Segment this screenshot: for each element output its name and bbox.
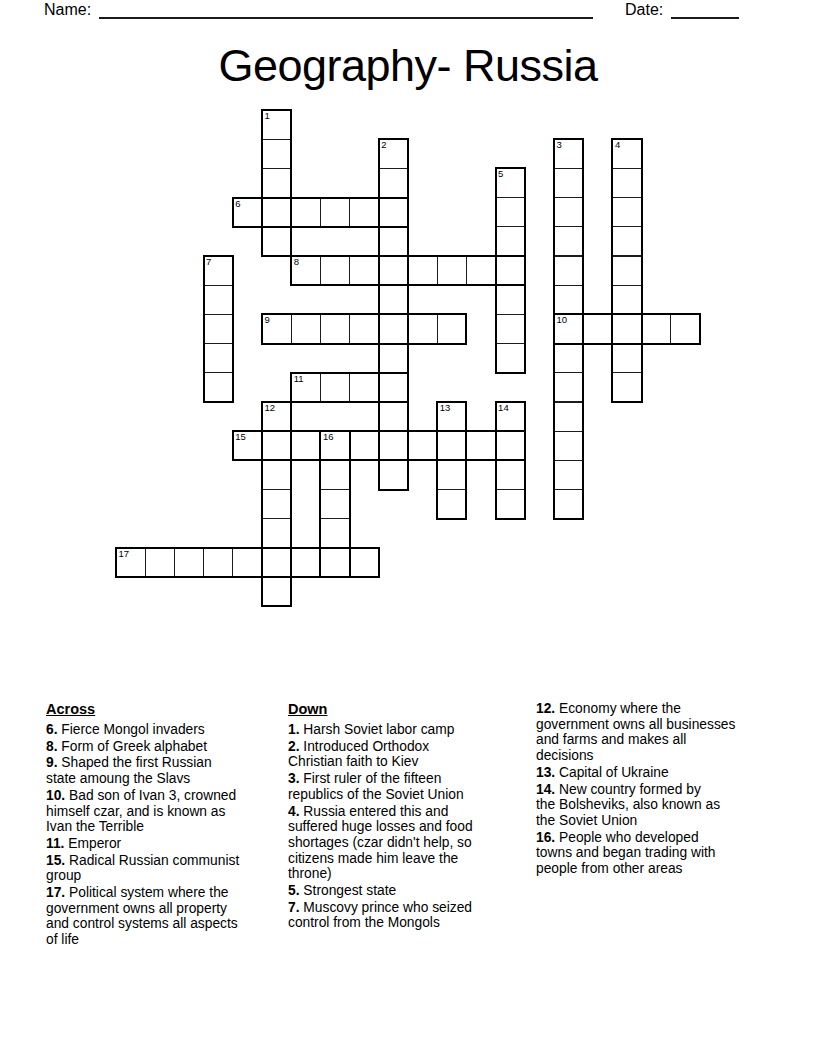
clue-item: 2. Introduced Orthodox Christian faith t… bbox=[288, 739, 528, 770]
cell-divider bbox=[407, 314, 408, 343]
clue-number: 10. bbox=[46, 788, 69, 803]
cell-divider bbox=[612, 314, 641, 315]
grid-cell[interactable] bbox=[496, 198, 525, 227]
grid-cell[interactable] bbox=[466, 431, 495, 460]
cell-divider bbox=[554, 197, 583, 198]
clue-item: 14. New country formed by the Bolsheviks… bbox=[536, 782, 782, 829]
cell-divider bbox=[349, 198, 350, 227]
cell-divider bbox=[554, 460, 583, 461]
grid-cell[interactable] bbox=[350, 431, 379, 460]
grid-cell[interactable] bbox=[350, 548, 379, 577]
grid-cell[interactable] bbox=[262, 577, 291, 606]
cell-divider bbox=[496, 489, 525, 490]
cell-divider bbox=[496, 197, 525, 198]
grid-cell[interactable] bbox=[379, 198, 408, 227]
clue-text: Political system where the government ow… bbox=[46, 885, 238, 947]
grid-cell[interactable] bbox=[437, 256, 466, 285]
clue-text: Shaped the first Russian state amoung th… bbox=[46, 755, 212, 786]
grid-cell[interactable] bbox=[262, 168, 291, 197]
cell-divider bbox=[496, 460, 525, 461]
cell-divider bbox=[320, 314, 321, 343]
cell-divider bbox=[378, 256, 379, 285]
grid-cell[interactable] bbox=[320, 548, 349, 577]
cell-divider bbox=[203, 548, 204, 577]
grid-cell[interactable] bbox=[145, 548, 174, 577]
cell-divider bbox=[145, 548, 146, 577]
grid-cell[interactable] bbox=[262, 227, 291, 256]
cell-divider bbox=[320, 373, 321, 402]
cell-divider bbox=[379, 197, 408, 198]
cell-divider bbox=[204, 285, 233, 286]
cell-divider bbox=[496, 255, 525, 256]
grid-cell[interactable] bbox=[642, 314, 671, 343]
grid-cell[interactable] bbox=[583, 314, 612, 343]
clue-number: 2. bbox=[288, 739, 303, 754]
grid-cell[interactable] bbox=[291, 431, 320, 460]
grid-cell[interactable] bbox=[554, 227, 583, 256]
cell-divider bbox=[262, 197, 291, 198]
cell-divider bbox=[583, 314, 584, 343]
cell-divider bbox=[291, 431, 292, 460]
cell-divider bbox=[320, 548, 321, 577]
cell-divider bbox=[349, 256, 350, 285]
cell-divider bbox=[320, 256, 321, 285]
grid-cell[interactable] bbox=[262, 314, 291, 343]
grid-cell[interactable] bbox=[554, 431, 583, 460]
grid-cell[interactable] bbox=[496, 344, 525, 373]
cell-divider bbox=[262, 518, 291, 519]
crossword-grid: 1234567891011121314151617 bbox=[116, 110, 701, 607]
cell-divider bbox=[291, 548, 292, 577]
grid-cell[interactable] bbox=[379, 139, 408, 168]
cell-divider bbox=[349, 373, 350, 402]
clue-number: 11. bbox=[46, 836, 68, 851]
grid-cell[interactable] bbox=[204, 256, 233, 285]
grid-cell[interactable] bbox=[379, 460, 408, 489]
grid-cell[interactable] bbox=[554, 285, 583, 314]
cell-divider bbox=[466, 431, 467, 460]
cell-divider bbox=[496, 314, 525, 315]
clue-item: 8. Form of Greek alphabet bbox=[46, 739, 292, 755]
cell-divider bbox=[320, 518, 349, 519]
cell-divider bbox=[437, 489, 466, 490]
grid-cell[interactable] bbox=[262, 198, 291, 227]
cell-divider bbox=[496, 285, 525, 286]
grid-cell[interactable] bbox=[496, 460, 525, 489]
grid-cell[interactable] bbox=[612, 314, 641, 343]
clue-text: First ruler of the fifteen republics of … bbox=[288, 771, 464, 802]
cell-divider bbox=[437, 314, 438, 343]
clue-text: Harsh Soviet labor camp bbox=[303, 722, 454, 737]
cell-divider bbox=[612, 314, 613, 343]
grid-cell[interactable] bbox=[496, 227, 525, 256]
grid-cell[interactable] bbox=[612, 198, 641, 227]
grid-cell[interactable] bbox=[379, 314, 408, 343]
cell-divider bbox=[320, 489, 349, 490]
cell-divider bbox=[262, 168, 291, 169]
clue-number: 1. bbox=[288, 722, 303, 737]
grid-cell[interactable] bbox=[262, 519, 291, 548]
grid-cell[interactable] bbox=[262, 139, 291, 168]
grid-cell[interactable] bbox=[496, 431, 525, 460]
grid-cell[interactable] bbox=[612, 344, 641, 373]
cell-divider bbox=[495, 431, 496, 460]
grid-cell[interactable] bbox=[350, 256, 379, 285]
cell-divider bbox=[320, 198, 321, 227]
cell-divider bbox=[320, 547, 349, 548]
cell-divider bbox=[291, 198, 292, 227]
cell-divider bbox=[262, 547, 291, 548]
cell-divider bbox=[349, 431, 350, 460]
cell-divider bbox=[378, 314, 379, 343]
grid-cell[interactable] bbox=[437, 460, 466, 489]
cell-divider bbox=[379, 372, 408, 373]
across-clues-column: Across 6. Fierce Mongol invaders8. Form … bbox=[46, 701, 292, 949]
cell-divider bbox=[379, 343, 408, 344]
cell-divider bbox=[496, 431, 525, 432]
grid-cell[interactable] bbox=[379, 285, 408, 314]
cell-divider bbox=[612, 372, 641, 373]
grid-cell[interactable] bbox=[262, 490, 291, 519]
grid-cell[interactable] bbox=[262, 110, 291, 139]
cell-divider bbox=[554, 314, 583, 315]
clue-text: Strongest state bbox=[303, 883, 396, 898]
clue-number: 6. bbox=[46, 722, 61, 737]
cell-divider bbox=[554, 372, 583, 373]
grid-cell[interactable] bbox=[379, 373, 408, 402]
grid-cell[interactable] bbox=[408, 314, 437, 343]
cell-divider bbox=[612, 255, 641, 256]
cell-divider bbox=[379, 226, 408, 227]
clue-text: Emperor bbox=[68, 836, 121, 851]
cell-divider bbox=[641, 314, 642, 343]
grid-cell[interactable] bbox=[320, 519, 349, 548]
clue-item: 6. Fierce Mongol invaders bbox=[46, 722, 292, 738]
cell-divider bbox=[262, 431, 291, 432]
clue-number: 8. bbox=[46, 739, 61, 754]
clue-item: 3. First ruler of the fifteen republics … bbox=[288, 771, 528, 802]
cell-divider bbox=[554, 226, 583, 227]
cell-divider bbox=[262, 577, 291, 578]
cell-divider bbox=[554, 343, 583, 344]
grid-cell[interactable] bbox=[262, 548, 291, 577]
cell-divider bbox=[466, 256, 467, 285]
cell-divider bbox=[554, 255, 583, 256]
across-heading: Across bbox=[46, 701, 292, 717]
cell-divider bbox=[379, 401, 408, 402]
cell-divider bbox=[554, 401, 583, 402]
date-label: Date: bbox=[625, 1, 663, 19]
clue-number: 12. bbox=[536, 701, 559, 716]
grid-cell[interactable] bbox=[554, 490, 583, 519]
cell-divider bbox=[496, 226, 525, 227]
cell-divider bbox=[379, 314, 408, 315]
grid-cell[interactable] bbox=[204, 373, 233, 402]
cell-divider bbox=[379, 285, 408, 286]
cell-divider bbox=[612, 197, 641, 198]
grid-cell[interactable] bbox=[408, 256, 437, 285]
grid-cell[interactable] bbox=[496, 490, 525, 519]
clue-item: 1. Harsh Soviet labor camp bbox=[288, 722, 528, 738]
grid-cell[interactable] bbox=[496, 285, 525, 314]
clue-item: 13. Capital of Ukraine bbox=[536, 765, 782, 781]
clue-text: Russia entered this and suffered huge lo… bbox=[288, 804, 473, 882]
clue-text: Form of Greek alphabet bbox=[61, 739, 207, 754]
cell-divider bbox=[262, 139, 291, 140]
clue-number: 7. bbox=[288, 900, 303, 915]
clue-item: 9. Shaped the first Russian state amoung… bbox=[46, 755, 292, 786]
clue-number: 13. bbox=[536, 765, 559, 780]
clue-number: 15. bbox=[46, 853, 69, 868]
grid-cell[interactable] bbox=[612, 373, 641, 402]
grid-cell[interactable] bbox=[496, 314, 525, 343]
grid-cell[interactable] bbox=[379, 227, 408, 256]
cell-divider bbox=[612, 343, 641, 344]
cell-divider bbox=[379, 460, 408, 461]
grid-cell[interactable] bbox=[291, 256, 320, 285]
grid-cell[interactable] bbox=[262, 431, 291, 460]
grid-cell[interactable] bbox=[291, 314, 320, 343]
grid-cell[interactable] bbox=[320, 256, 349, 285]
grid-cell[interactable] bbox=[320, 490, 349, 519]
grid-cell[interactable] bbox=[554, 402, 583, 431]
grid-cell[interactable] bbox=[554, 139, 583, 168]
cell-divider bbox=[378, 198, 379, 227]
cell-divider bbox=[232, 548, 233, 577]
grid-cell[interactable] bbox=[408, 431, 437, 460]
grid-cell[interactable] bbox=[437, 431, 466, 460]
grid-cell[interactable] bbox=[174, 548, 203, 577]
cell-divider bbox=[437, 431, 438, 460]
clue-number: 14. bbox=[536, 782, 559, 797]
grid-cell[interactable] bbox=[437, 314, 466, 343]
down-clues-column-1: Down 1. Harsh Soviet labor camp2. Introd… bbox=[288, 701, 528, 932]
cell-divider bbox=[262, 489, 291, 490]
cell-divider bbox=[261, 548, 262, 577]
clue-item: 4. Russia entered this and suffered huge… bbox=[288, 804, 528, 883]
cell-divider bbox=[407, 256, 408, 285]
grid-cell[interactable] bbox=[291, 548, 320, 577]
cell-divider bbox=[554, 431, 583, 432]
cell-divider bbox=[261, 198, 262, 227]
grid-cell[interactable] bbox=[204, 548, 233, 577]
down-clues-column-2: 12. Economy where the government owns al… bbox=[536, 701, 782, 878]
clue-text: Fierce Mongol invaders bbox=[61, 722, 204, 737]
clue-item: 5. Strongest state bbox=[288, 883, 528, 899]
clue-text: People who developed towns and began tra… bbox=[536, 830, 715, 876]
grid-cell[interactable] bbox=[350, 373, 379, 402]
clue-text: Bad son of Ivan 3, crowned himself czar,… bbox=[46, 788, 236, 834]
grid-cell[interactable] bbox=[612, 227, 641, 256]
grid-cell[interactable] bbox=[612, 139, 641, 168]
cell-divider bbox=[407, 431, 408, 460]
grid-cell[interactable] bbox=[233, 431, 262, 460]
cell-divider bbox=[554, 285, 583, 286]
cell-divider bbox=[437, 431, 466, 432]
grid-cell[interactable] bbox=[496, 256, 525, 285]
clue-item: 16. People who developed towns and began… bbox=[536, 830, 782, 877]
grid-cell[interactable] bbox=[437, 490, 466, 519]
cell-divider bbox=[612, 226, 641, 227]
grid-cell[interactable] bbox=[204, 314, 233, 343]
clue-item: 17. Political system where the governmen… bbox=[46, 885, 292, 948]
clue-text: Muscovy prince who seized control from t… bbox=[288, 900, 472, 931]
grid-cell[interactable] bbox=[496, 168, 525, 197]
clue-text: Economy where the government owns all bu… bbox=[536, 701, 735, 763]
cell-divider bbox=[496, 343, 525, 344]
cell-divider bbox=[349, 548, 350, 577]
cell-divider bbox=[349, 314, 350, 343]
cell-divider bbox=[437, 256, 438, 285]
grid-cell[interactable] bbox=[204, 285, 233, 314]
clue-item: 11. Emperor bbox=[46, 836, 292, 852]
grid-cell[interactable] bbox=[262, 402, 291, 431]
cell-divider bbox=[379, 168, 408, 169]
grid-cell[interactable] bbox=[350, 314, 379, 343]
grid-cell[interactable] bbox=[379, 256, 408, 285]
grid-cell[interactable] bbox=[496, 402, 525, 431]
grid-cell[interactable] bbox=[554, 314, 583, 343]
cell-divider bbox=[320, 431, 321, 460]
grid-cell[interactable] bbox=[262, 460, 291, 489]
grid-cell[interactable] bbox=[612, 256, 641, 285]
grid-cell[interactable] bbox=[554, 256, 583, 285]
grid-cell[interactable] bbox=[291, 198, 320, 227]
grid-cell[interactable] bbox=[320, 373, 349, 402]
name-blank-line bbox=[99, 17, 593, 19]
clue-number: 4. bbox=[288, 804, 303, 819]
cell-divider bbox=[204, 372, 233, 373]
grid-cell[interactable] bbox=[612, 285, 641, 314]
clue-number: 3. bbox=[288, 771, 303, 786]
date-blank-line bbox=[671, 17, 739, 19]
clue-item: 12. Economy where the government owns al… bbox=[536, 701, 782, 764]
grid-cell[interactable] bbox=[320, 198, 349, 227]
grid-cell[interactable] bbox=[320, 314, 349, 343]
clue-number: 17. bbox=[46, 885, 69, 900]
grid-cell[interactable] bbox=[554, 198, 583, 227]
clue-item: 15. Radical Russian communist group bbox=[46, 853, 292, 884]
grid-cell[interactable] bbox=[320, 431, 349, 460]
cell-divider bbox=[379, 431, 408, 432]
cell-divider bbox=[437, 460, 466, 461]
grid-cell[interactable] bbox=[671, 314, 700, 343]
clue-item: 10. Bad son of Ivan 3, crowned himself c… bbox=[46, 788, 292, 835]
grid-cell[interactable] bbox=[437, 402, 466, 431]
clue-text: New country formed by the Bolsheviks, al… bbox=[536, 782, 720, 828]
clue-text: Capital of Ukraine bbox=[559, 765, 669, 780]
grid-cell[interactable] bbox=[554, 344, 583, 373]
grid-cell[interactable] bbox=[554, 460, 583, 489]
cell-divider bbox=[554, 489, 583, 490]
grid-cell[interactable] bbox=[554, 373, 583, 402]
grid-cell[interactable] bbox=[612, 168, 641, 197]
name-label: Name: bbox=[44, 1, 91, 19]
grid-cell[interactable] bbox=[379, 344, 408, 373]
grid-cell[interactable] bbox=[466, 256, 495, 285]
clue-text: Radical Russian communist group bbox=[46, 853, 239, 884]
grid-cell[interactable] bbox=[233, 198, 262, 227]
clue-text: Introduced Orthodox Christian faith to K… bbox=[288, 739, 429, 770]
cell-divider bbox=[320, 460, 349, 461]
cell-divider bbox=[262, 460, 291, 461]
cell-divider bbox=[612, 168, 641, 169]
cell-divider bbox=[204, 314, 233, 315]
grid-cell[interactable] bbox=[379, 431, 408, 460]
clue-number: 9. bbox=[46, 755, 61, 770]
grid-cell[interactable] bbox=[204, 344, 233, 373]
clue-number: 16. bbox=[536, 830, 559, 845]
cell-divider bbox=[612, 285, 641, 286]
cell-divider bbox=[495, 256, 496, 285]
clue-item: 7. Muscovy prince who seized control fro… bbox=[288, 900, 528, 931]
clue-number: 5. bbox=[288, 883, 303, 898]
cell-divider bbox=[261, 431, 262, 460]
grid-cell[interactable] bbox=[116, 548, 145, 577]
grid-cell[interactable] bbox=[379, 168, 408, 197]
cell-divider bbox=[291, 314, 292, 343]
grid-cell[interactable] bbox=[233, 548, 262, 577]
cell-divider bbox=[379, 255, 408, 256]
grid-cell[interactable] bbox=[379, 402, 408, 431]
down-heading: Down bbox=[288, 701, 528, 717]
grid-cell[interactable] bbox=[320, 460, 349, 489]
grid-cell[interactable] bbox=[350, 198, 379, 227]
cell-divider bbox=[262, 226, 291, 227]
cell-divider bbox=[378, 431, 379, 460]
cell-divider bbox=[204, 343, 233, 344]
cell-divider bbox=[174, 548, 175, 577]
cell-divider bbox=[378, 373, 379, 402]
cell-divider bbox=[670, 314, 671, 343]
puzzle-title: Geography- Russia bbox=[0, 40, 816, 92]
grid-cell[interactable] bbox=[554, 168, 583, 197]
cell-divider bbox=[554, 168, 583, 169]
grid-cell[interactable] bbox=[291, 373, 320, 402]
